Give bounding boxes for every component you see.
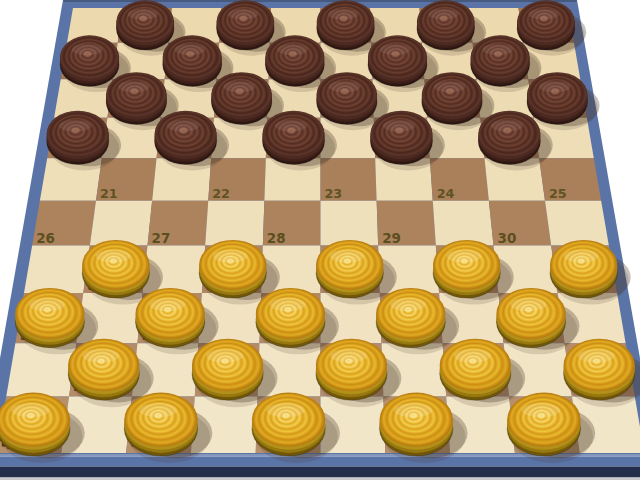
square-number-28: 28 xyxy=(267,230,286,246)
square-number-30: 30 xyxy=(498,230,517,246)
light-square xyxy=(205,201,264,246)
light-square xyxy=(90,201,152,246)
checkers-game-window: 1234567891011121314151617181920212223242… xyxy=(0,0,640,480)
square-number-27: 27 xyxy=(152,230,171,246)
light-square xyxy=(24,246,90,293)
square-number-21: 21 xyxy=(100,186,118,201)
square-number-23: 23 xyxy=(324,186,342,201)
light-square xyxy=(321,201,379,246)
square-number-24: 24 xyxy=(437,186,455,201)
square-number-25: 25 xyxy=(549,186,567,201)
square-number-22: 22 xyxy=(212,186,230,201)
frame-front-shadow xyxy=(0,467,640,478)
draughts-board[interactable]: 1234567891011121314151617181920212223242… xyxy=(0,0,640,480)
light-square xyxy=(433,201,494,246)
light-square xyxy=(545,201,609,246)
square-number-29: 29 xyxy=(382,230,401,246)
square-number-26: 26 xyxy=(36,230,55,246)
